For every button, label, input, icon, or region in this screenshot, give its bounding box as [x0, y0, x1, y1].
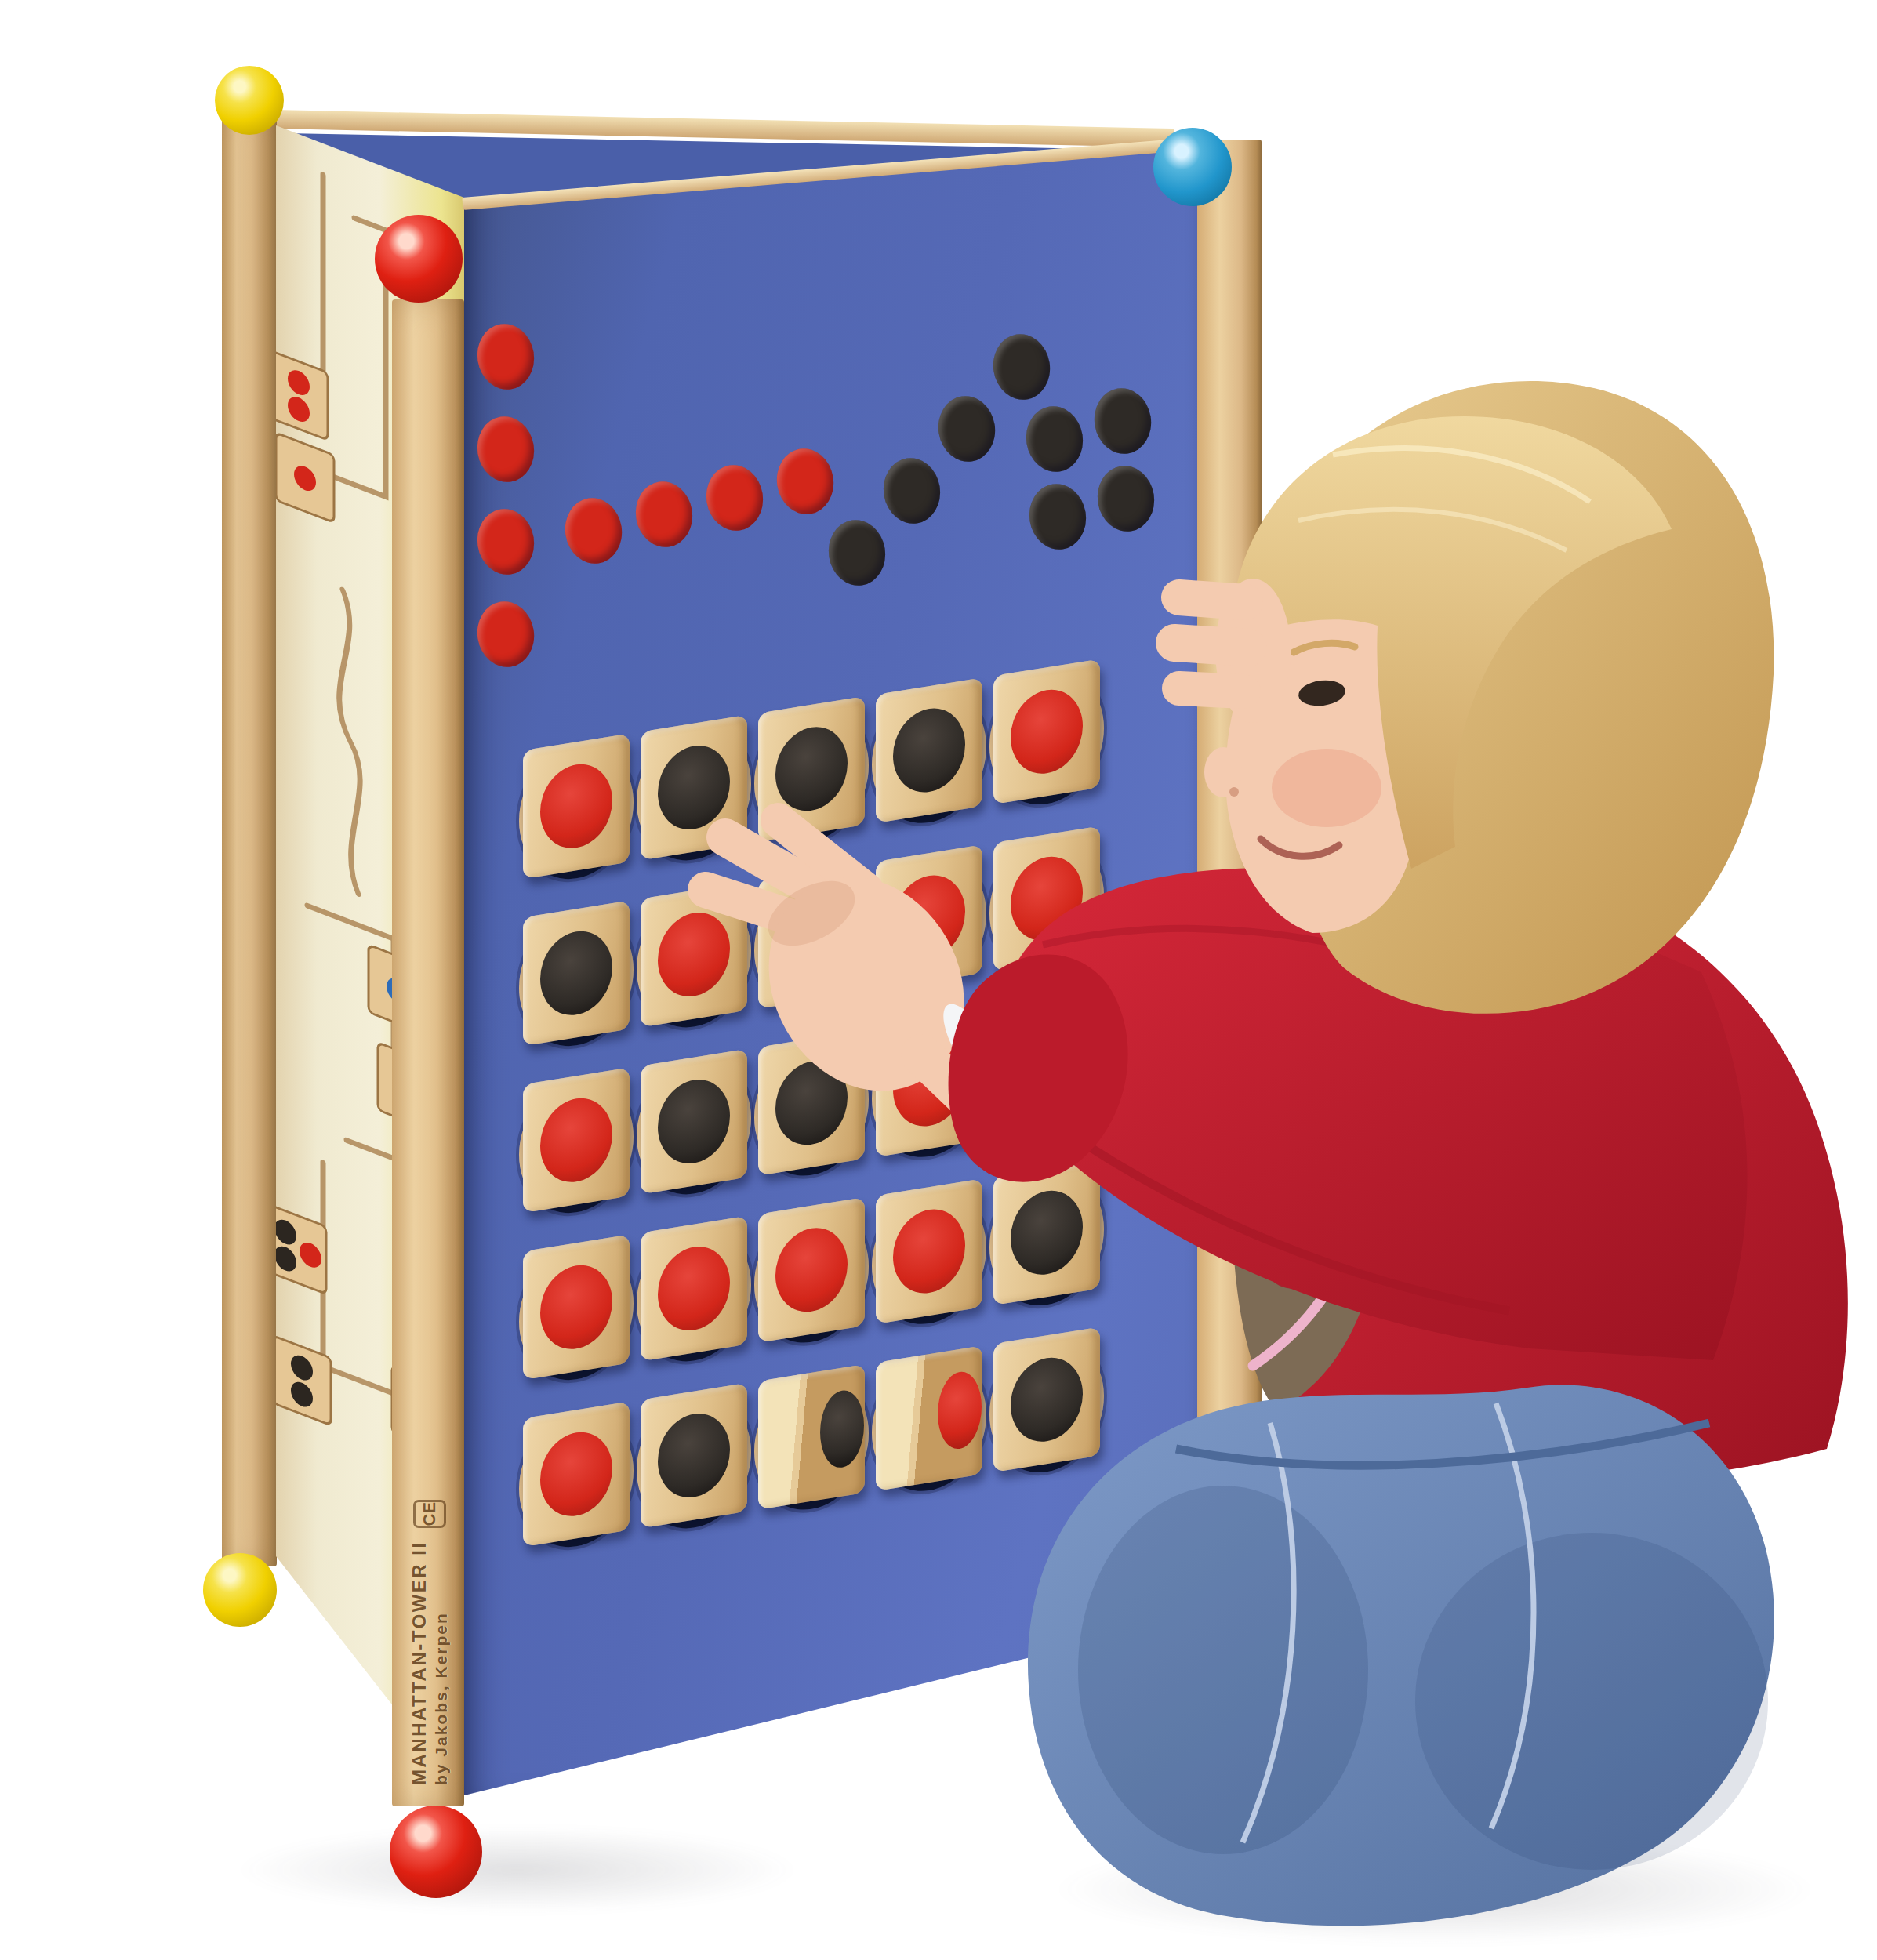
flip-block[interactable] — [758, 1364, 865, 1510]
flip-block[interactable] — [641, 1049, 747, 1195]
board-cell-r3c4[interactable] — [870, 1000, 988, 1185]
board-cell-r3c3[interactable] — [753, 1018, 870, 1204]
board-cell-r5c2[interactable] — [635, 1371, 753, 1557]
board-cell-r4c3[interactable] — [753, 1185, 870, 1371]
maze-slider[interactable] — [276, 1204, 326, 1294]
block-dot — [938, 1368, 982, 1452]
floor-shadow-child — [1051, 1835, 1819, 1944]
board-cell-r5c1[interactable] — [517, 1389, 635, 1575]
block-dot — [658, 740, 730, 835]
hair-fringe — [1229, 416, 1672, 869]
board-cell-r5c3[interactable] — [753, 1352, 870, 1538]
flip-block[interactable] — [876, 677, 982, 823]
block-dot — [893, 703, 965, 798]
finial-ball-right-top — [1153, 128, 1232, 206]
mouth — [1261, 839, 1339, 856]
block-dot — [1011, 851, 1083, 946]
board-cell-r3c5[interactable] — [988, 981, 1106, 1167]
flip-block[interactable] — [993, 826, 1100, 972]
brand-line2: by Jakobs, Kerpen — [431, 1541, 452, 1785]
flip-block[interactable] — [641, 1216, 747, 1362]
flip-block[interactable] — [523, 1068, 630, 1214]
board-cell-r5c4[interactable] — [870, 1334, 988, 1519]
block-dot — [540, 759, 612, 854]
ce-mark: CE — [413, 1500, 446, 1529]
finial-ball-front-top — [375, 215, 463, 303]
flip-block[interactable] — [523, 1235, 630, 1381]
game-panel — [464, 129, 1198, 1799]
flip-block[interactable] — [758, 1197, 865, 1343]
scene: MANHATTAN-TOWER II by Jakobs, Kerpen CE — [0, 0, 1877, 1960]
board-cell-r3c1[interactable] — [517, 1055, 635, 1241]
block-dot — [540, 1427, 612, 1522]
flip-block[interactable] — [876, 1345, 982, 1491]
flip-block[interactable] — [523, 1402, 630, 1548]
maze-slider[interactable] — [276, 350, 328, 440]
brand-line1: MANHATTAN-TOWER II — [408, 1541, 431, 1785]
flip-block[interactable] — [876, 844, 982, 990]
block-dot — [775, 722, 848, 817]
block-dot — [540, 1260, 612, 1355]
eyebrow — [1294, 643, 1355, 652]
flip-block[interactable] — [523, 901, 630, 1047]
flip-block[interactable] — [758, 696, 865, 842]
board-cell-r2c2[interactable] — [635, 870, 753, 1056]
block-dot — [820, 1387, 864, 1471]
maze-slider[interactable] — [276, 433, 334, 522]
child-torso — [1258, 869, 1848, 1484]
block-dot — [775, 889, 848, 984]
left-arm-sleeve — [1285, 753, 1481, 1011]
brand-engraving: MANHATTAN-TOWER II by Jakobs, Kerpen CE — [401, 1526, 458, 1785]
board-cell-r4c1[interactable] — [517, 1222, 635, 1408]
hair-back — [1264, 381, 1774, 1014]
flip-block[interactable] — [993, 1160, 1100, 1306]
block-dot — [775, 1056, 848, 1151]
block-dot — [658, 907, 730, 1002]
right-edge-rail — [1197, 140, 1262, 1618]
block-dot — [540, 1093, 612, 1188]
flip-block[interactable] — [876, 1011, 982, 1157]
flip-block[interactable] — [523, 734, 630, 880]
front-post: MANHATTAN-TOWER II by Jakobs, Kerpen CE — [392, 299, 464, 1806]
eye — [1297, 677, 1346, 708]
finial-ball-front-bottom — [390, 1806, 482, 1898]
board-cell-r5c5[interactable] — [988, 1315, 1106, 1501]
flip-block[interactable] — [758, 1030, 865, 1176]
flip-block[interactable] — [993, 659, 1100, 805]
block-dot — [1011, 1185, 1083, 1280]
block-dot — [658, 1408, 730, 1503]
board-cell-r1c4[interactable] — [870, 666, 988, 851]
block-dot — [893, 1037, 965, 1132]
flip-block[interactable] — [876, 1178, 982, 1324]
block-dot — [893, 870, 965, 965]
child-head — [1204, 381, 1774, 1014]
flip-block[interactable] — [993, 993, 1100, 1139]
board-cell-r3c2[interactable] — [635, 1037, 753, 1223]
board-cell-r2c3[interactable] — [753, 851, 870, 1037]
board-cell-r2c5[interactable] — [988, 814, 1106, 1000]
block-dot — [540, 926, 612, 1021]
block-dot — [893, 1204, 965, 1299]
finial-ball-rear-left-top — [215, 66, 284, 135]
flip-block[interactable] — [993, 1327, 1100, 1473]
board-grid — [464, 13, 1198, 1799]
board-cell-r4c2[interactable] — [635, 1204, 753, 1390]
block-dot — [658, 1074, 730, 1169]
board-cell-r2c4[interactable] — [870, 833, 988, 1018]
board-cell-r4c4[interactable] — [870, 1167, 988, 1352]
board-cell-r1c1[interactable] — [517, 721, 635, 907]
block-dot — [658, 1241, 730, 1336]
block-dot — [775, 1223, 848, 1318]
board-cell-r1c5[interactable] — [988, 647, 1106, 833]
floor-shadow-tower — [235, 1827, 800, 1913]
flip-block[interactable] — [641, 882, 747, 1028]
board-cell-r1c3[interactable] — [753, 684, 870, 870]
block-dot — [1011, 684, 1083, 779]
block-dot — [1011, 1352, 1083, 1447]
rear-left-post — [222, 108, 277, 1566]
board-cell-r1c2[interactable] — [635, 703, 753, 889]
flip-block[interactable] — [641, 715, 747, 861]
flip-block[interactable] — [758, 863, 865, 1009]
cheek-blush — [1272, 749, 1381, 827]
finial-ball-rear-left-bottom — [203, 1553, 277, 1627]
board-cell-r2c1[interactable] — [517, 888, 635, 1074]
board-cell-r4c5[interactable] — [988, 1148, 1106, 1334]
flip-block[interactable] — [641, 1383, 747, 1529]
